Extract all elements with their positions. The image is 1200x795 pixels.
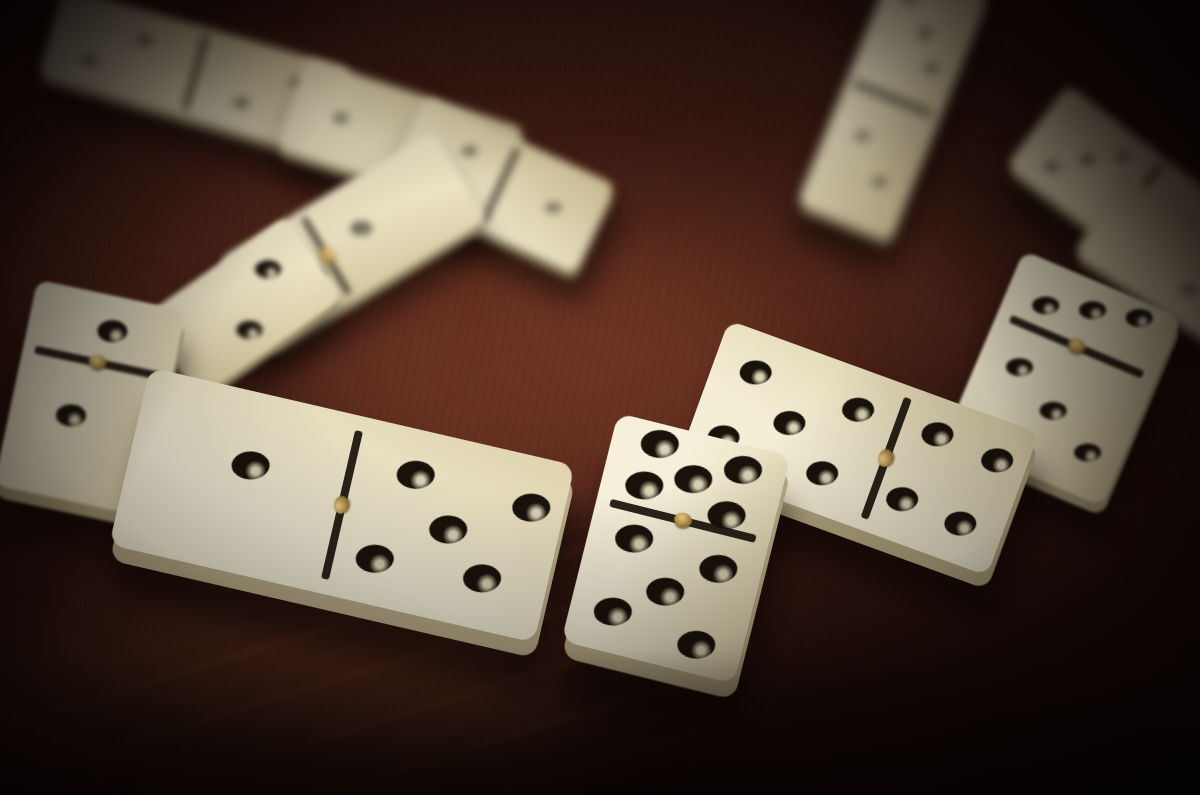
pip [1044,161,1059,171]
pip [1006,357,1033,375]
pip [355,545,393,573]
pip [1126,308,1153,326]
pip [854,130,869,140]
pip [56,404,86,426]
pip [773,411,805,435]
pip [1039,401,1066,419]
pip [97,320,127,342]
pip [81,56,97,66]
pip [917,27,932,37]
pip [594,597,632,625]
pip [1080,155,1095,165]
pip [615,525,653,553]
pip [236,320,262,338]
pip [463,564,501,592]
pip [842,397,874,421]
pip [674,465,712,493]
pip [886,488,918,512]
pip [902,0,917,3]
pip [233,97,249,107]
pip [924,63,939,73]
pip [922,423,954,447]
pip [255,260,281,278]
pip [461,146,477,156]
pip [1032,296,1059,314]
pip [350,221,372,236]
pip [871,176,886,186]
pip [806,462,838,486]
pip [545,203,561,213]
pip [1116,151,1131,161]
pip [982,448,1014,472]
pip [700,555,738,583]
pip [677,630,715,658]
pip [513,494,551,522]
table-scene: Dominoes arranged in a winding chain on … [0,0,1200,795]
pip [641,429,679,457]
pip [137,35,153,45]
pip [625,471,663,499]
pip [397,461,435,489]
pip [1074,443,1101,461]
pip [429,516,467,544]
pip [1181,284,1196,294]
pip [332,113,348,123]
pip [231,451,269,479]
pip [1078,301,1105,319]
pip [740,360,772,384]
pip [646,577,684,605]
pip [944,512,976,536]
pip [724,455,762,483]
